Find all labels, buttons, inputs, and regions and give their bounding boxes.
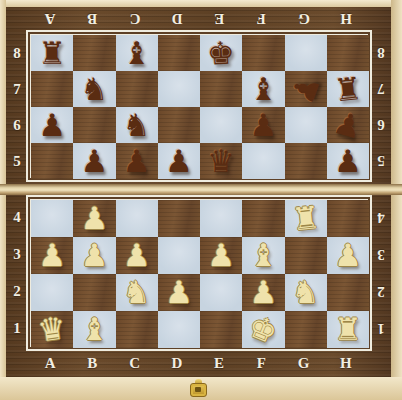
square-f1[interactable]: ♚ <box>242 311 284 348</box>
square-d3[interactable] <box>158 237 200 274</box>
white-king-f1[interactable]: ♚ <box>245 310 282 349</box>
file-label-top-c: C <box>114 9 156 29</box>
square-a5[interactable] <box>31 143 73 179</box>
square-c3[interactable]: ♟ <box>116 237 158 274</box>
square-c2[interactable]: ♞ <box>116 274 158 311</box>
file-label-bottom-c: C <box>114 353 156 373</box>
rank-label-left-4: 4 <box>6 199 28 236</box>
latch-hole <box>195 387 201 392</box>
black-pawn-a6[interactable]: ♟ <box>38 110 66 141</box>
rank-label-left-5: 5 <box>6 143 28 179</box>
square-b7[interactable]: ♞ <box>73 71 115 107</box>
black-pawn-b5[interactable]: ♟ <box>80 146 108 177</box>
white-pawn-b4[interactable]: ♟ <box>80 203 108 234</box>
square-c6[interactable]: ♞ <box>116 107 158 143</box>
square-e6[interactable] <box>200 107 242 143</box>
white-rook-g4[interactable]: ♜ <box>290 202 321 236</box>
white-queen-a1[interactable]: ♛ <box>36 312 68 347</box>
box-edge-right <box>391 0 402 400</box>
square-b8[interactable] <box>73 35 115 71</box>
white-pawn-h3[interactable]: ♟ <box>334 240 362 271</box>
board-grid-bottom: ♟♜♟♟♟♟♝♟♞♟♟♞♛♝♚♜ <box>30 199 368 347</box>
square-f5[interactable] <box>242 143 284 179</box>
square-d8[interactable] <box>158 35 200 71</box>
black-knight-c6[interactable]: ♞ <box>123 110 151 141</box>
rank-label-right-5: 5 <box>371 143 391 179</box>
black-bishop-c8[interactable]: ♝ <box>123 38 151 69</box>
box-edge-top <box>0 0 402 7</box>
rank-label-left-7: 7 <box>6 71 28 107</box>
square-e5[interactable]: ♛ <box>200 143 242 179</box>
square-h5[interactable]: ♟ <box>327 143 369 179</box>
square-h6[interactable]: ♟ <box>327 107 369 143</box>
square-d6[interactable] <box>158 107 200 143</box>
black-rook-a8[interactable]: ♜ <box>38 38 66 69</box>
black-pawn-h5[interactable]: ♟ <box>334 146 362 177</box>
square-b2[interactable] <box>73 274 115 311</box>
rank-label-left-3: 3 <box>6 236 28 273</box>
black-king-e8[interactable]: ♚ <box>206 37 235 69</box>
white-pawn-a3[interactable]: ♟ <box>38 240 66 271</box>
file-label-top-f: F <box>240 9 282 29</box>
file-label-top-h: H <box>325 9 367 29</box>
file-label-bottom-g: G <box>283 353 325 373</box>
board-grid-top: ♜♝♚♞♝♟♜♟♞♟♟♟♟♟♛♟ <box>30 34 368 178</box>
board-half-top: ♜♝♚♞♝♟♜♟♞♟♟♟♟♟♛♟ <box>26 30 372 182</box>
square-b3[interactable]: ♟ <box>73 237 115 274</box>
white-pawn-d2[interactable]: ♟ <box>165 277 193 308</box>
rank-label-right-6: 6 <box>371 107 391 143</box>
square-a1[interactable]: ♛ <box>31 311 73 348</box>
brass-latch <box>187 379 209 396</box>
square-e8[interactable]: ♚ <box>200 35 242 71</box>
rank-label-right-1: 1 <box>371 310 391 347</box>
white-bishop-b1[interactable]: ♝ <box>80 314 108 345</box>
square-b4[interactable]: ♟ <box>73 200 115 237</box>
square-c4[interactable] <box>116 200 158 237</box>
white-pawn-f2[interactable]: ♟ <box>249 277 277 308</box>
square-h3[interactable]: ♟ <box>327 237 369 274</box>
file-label-bottom-d: D <box>156 353 198 373</box>
black-pawn-g7[interactable]: ♟ <box>286 71 325 108</box>
white-pawn-b3[interactable]: ♟ <box>80 240 108 271</box>
square-e3[interactable]: ♟ <box>200 237 242 274</box>
black-knight-b7[interactable]: ♞ <box>80 74 108 105</box>
rank-label-left-6: 6 <box>6 107 28 143</box>
black-pawn-d5[interactable]: ♟ <box>165 146 193 177</box>
square-g1[interactable] <box>285 311 327 348</box>
square-f8[interactable] <box>242 35 284 71</box>
rank-label-right-7: 7 <box>371 71 391 107</box>
square-d2[interactable]: ♟ <box>158 274 200 311</box>
square-d1[interactable] <box>158 311 200 348</box>
square-a6[interactable]: ♟ <box>31 107 73 143</box>
board-half-bottom: ♟♜♟♟♟♟♝♟♞♟♟♞♛♝♚♜ <box>26 195 372 351</box>
square-f6[interactable]: ♟ <box>242 107 284 143</box>
rank-label-right-4: 4 <box>371 199 391 236</box>
white-knight-c2[interactable]: ♞ <box>123 277 151 308</box>
square-d4[interactable] <box>158 200 200 237</box>
square-h1[interactable]: ♜ <box>327 311 369 348</box>
file-label-bottom-a: A <box>29 353 71 373</box>
square-g2[interactable]: ♞ <box>285 274 327 311</box>
rank-label-left-8: 8 <box>6 35 28 71</box>
square-a4[interactable] <box>31 200 73 237</box>
file-label-bottom-f: F <box>240 353 282 373</box>
square-f2[interactable]: ♟ <box>242 274 284 311</box>
rank-label-left-1: 1 <box>6 310 28 347</box>
white-rook-h1[interactable]: ♜ <box>334 314 362 345</box>
white-pawn-e3[interactable]: ♟ <box>207 240 235 271</box>
square-b5[interactable]: ♟ <box>73 143 115 179</box>
square-g5[interactable] <box>285 143 327 179</box>
square-d7[interactable] <box>158 71 200 107</box>
square-c8[interactable]: ♝ <box>116 35 158 71</box>
square-g6[interactable] <box>285 107 327 143</box>
file-label-top-e: E <box>198 9 240 29</box>
black-pawn-f6[interactable]: ♟ <box>249 110 277 141</box>
square-d5[interactable]: ♟ <box>158 143 200 179</box>
square-g4[interactable]: ♜ <box>285 200 327 237</box>
square-g8[interactable] <box>285 35 327 71</box>
file-label-bottom-h: H <box>325 353 367 373</box>
black-pawn-h6[interactable]: ♟ <box>330 106 365 143</box>
square-f4[interactable] <box>242 200 284 237</box>
square-b6[interactable] <box>73 107 115 143</box>
square-h2[interactable] <box>327 274 369 311</box>
square-c1[interactable] <box>116 311 158 348</box>
file-label-top-d: D <box>156 9 198 29</box>
rank-label-left-2: 2 <box>6 273 28 310</box>
square-e1[interactable] <box>200 311 242 348</box>
chess-board-photo: ♜♝♚♞♝♟♜♟♞♟♟♟♟♟♛♟ ♟♜♟♟♟♟♝♟♞♟♟♞♛♝♚♜ AABBCC… <box>0 0 402 400</box>
black-queen-e5[interactable]: ♛ <box>207 146 235 177</box>
square-f3[interactable]: ♝ <box>242 237 284 274</box>
square-g3[interactable] <box>285 237 327 274</box>
black-rook-h7[interactable]: ♜ <box>332 72 363 106</box>
square-a8[interactable]: ♜ <box>31 35 73 71</box>
white-pawn-c3[interactable]: ♟ <box>123 240 151 271</box>
square-a7[interactable] <box>31 71 73 107</box>
square-h4[interactable] <box>327 200 369 237</box>
square-h8[interactable] <box>327 35 369 71</box>
white-knight-g2[interactable]: ♞ <box>292 277 320 308</box>
file-label-bottom-e: E <box>198 353 240 373</box>
square-c5[interactable]: ♟ <box>116 143 158 179</box>
square-h7[interactable]: ♜ <box>327 71 369 107</box>
rank-label-right-8: 8 <box>371 35 391 71</box>
square-g7[interactable]: ♟ <box>285 71 327 107</box>
square-e2[interactable] <box>200 274 242 311</box>
square-a3[interactable]: ♟ <box>31 237 73 274</box>
rank-label-right-3: 3 <box>371 236 391 273</box>
square-f7[interactable]: ♝ <box>242 71 284 107</box>
file-label-bottom-b: B <box>71 353 113 373</box>
black-bishop-f7[interactable]: ♝ <box>249 74 277 105</box>
square-b1[interactable]: ♝ <box>73 311 115 348</box>
white-bishop-f3[interactable]: ♝ <box>249 240 277 271</box>
fold-seam <box>0 184 402 195</box>
square-e7[interactable] <box>200 71 242 107</box>
file-label-top-g: G <box>283 9 325 29</box>
square-c7[interactable] <box>116 71 158 107</box>
square-e4[interactable] <box>200 200 242 237</box>
file-label-top-b: B <box>71 9 113 29</box>
square-a2[interactable] <box>31 274 73 311</box>
rank-label-right-2: 2 <box>371 273 391 310</box>
file-label-top-a: A <box>29 9 71 29</box>
black-pawn-c5[interactable]: ♟ <box>123 146 151 177</box>
